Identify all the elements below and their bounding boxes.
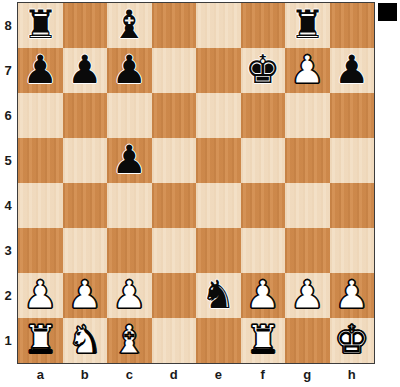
rank-label-4: 4 (0, 183, 16, 228)
square-g2[interactable]: ♟ (285, 273, 330, 318)
square-b2[interactable]: ♟ (63, 273, 108, 318)
white-king[interactable]: ♚ (334, 320, 369, 359)
black-knight[interactable]: ♞ (201, 275, 236, 314)
square-g6[interactable] (285, 93, 330, 138)
black-king[interactable]: ♚ (245, 50, 280, 89)
square-d8[interactable] (152, 3, 197, 48)
rank-label-8: 8 (0, 3, 16, 48)
file-label-e: e (196, 367, 241, 385)
square-f2[interactable]: ♟ (241, 273, 286, 318)
square-b4[interactable] (63, 183, 108, 228)
square-h7[interactable]: ♟ (330, 48, 375, 93)
square-h5[interactable] (330, 138, 375, 183)
white-pawn[interactable]: ♟ (334, 275, 369, 314)
square-g5[interactable] (285, 138, 330, 183)
square-a3[interactable] (18, 228, 63, 273)
square-d7[interactable] (152, 48, 197, 93)
rank-label-1: 1 (0, 318, 16, 363)
chess-diagram: 87654321 ♜♝♜♟♟♟♚♟♟♟♟♟♟♞♟♟♟♜♞♝♜♚ abcdefgh (0, 0, 400, 387)
black-rook[interactable]: ♜ (290, 5, 325, 44)
square-c3[interactable] (107, 228, 152, 273)
square-d3[interactable] (152, 228, 197, 273)
white-pawn[interactable]: ♟ (23, 275, 58, 314)
white-rook[interactable]: ♜ (23, 320, 58, 359)
square-g1[interactable] (285, 318, 330, 363)
square-c4[interactable] (107, 183, 152, 228)
square-c8[interactable]: ♝ (107, 3, 152, 48)
square-a8[interactable]: ♜ (18, 3, 63, 48)
square-e4[interactable] (196, 183, 241, 228)
square-c2[interactable]: ♟ (107, 273, 152, 318)
square-c1[interactable]: ♝ (107, 318, 152, 363)
square-e7[interactable] (196, 48, 241, 93)
square-g7[interactable]: ♟ (285, 48, 330, 93)
rank-labels: 87654321 (0, 3, 16, 363)
white-pawn[interactable]: ♟ (290, 275, 325, 314)
square-d2[interactable] (152, 273, 197, 318)
square-h3[interactable] (330, 228, 375, 273)
square-b5[interactable] (63, 138, 108, 183)
square-a1[interactable]: ♜ (18, 318, 63, 363)
black-pawn[interactable]: ♟ (23, 50, 58, 89)
rank-label-5: 5 (0, 138, 16, 183)
black-pawn[interactable]: ♟ (334, 50, 369, 89)
file-label-f: f (241, 367, 286, 385)
square-d4[interactable] (152, 183, 197, 228)
file-label-d: d (152, 367, 197, 385)
square-b3[interactable] (63, 228, 108, 273)
file-label-g: g (285, 367, 330, 385)
square-a2[interactable]: ♟ (18, 273, 63, 318)
square-f6[interactable] (241, 93, 286, 138)
square-h4[interactable] (330, 183, 375, 228)
rank-label-2: 2 (0, 273, 16, 318)
square-h1[interactable]: ♚ (330, 318, 375, 363)
square-d1[interactable] (152, 318, 197, 363)
square-f1[interactable]: ♜ (241, 318, 286, 363)
square-c7[interactable]: ♟ (107, 48, 152, 93)
square-a4[interactable] (18, 183, 63, 228)
black-pawn[interactable]: ♟ (112, 50, 147, 89)
square-f3[interactable] (241, 228, 286, 273)
square-e8[interactable] (196, 3, 241, 48)
black-bishop[interactable]: ♝ (112, 5, 147, 44)
square-b1[interactable]: ♞ (63, 318, 108, 363)
square-c6[interactable] (107, 93, 152, 138)
white-bishop[interactable]: ♝ (112, 320, 147, 359)
square-h8[interactable] (330, 3, 375, 48)
black-rook[interactable]: ♜ (23, 5, 58, 44)
white-pawn[interactable]: ♟ (245, 275, 280, 314)
black-to-move-indicator (378, 3, 397, 21)
square-f4[interactable] (241, 183, 286, 228)
square-a7[interactable]: ♟ (18, 48, 63, 93)
file-label-a: a (18, 367, 63, 385)
square-d6[interactable] (152, 93, 197, 138)
black-pawn[interactable]: ♟ (112, 140, 147, 179)
rank-label-7: 7 (0, 48, 16, 93)
square-e6[interactable] (196, 93, 241, 138)
white-knight[interactable]: ♞ (67, 320, 102, 359)
white-pawn[interactable]: ♟ (290, 50, 325, 89)
square-e3[interactable] (196, 228, 241, 273)
square-d5[interactable] (152, 138, 197, 183)
rank-label-6: 6 (0, 93, 16, 138)
black-pawn[interactable]: ♟ (67, 50, 102, 89)
white-rook[interactable]: ♜ (245, 320, 280, 359)
square-g4[interactable] (285, 183, 330, 228)
square-e1[interactable] (196, 318, 241, 363)
square-b8[interactable] (63, 3, 108, 48)
square-a6[interactable] (18, 93, 63, 138)
square-f8[interactable] (241, 3, 286, 48)
white-pawn[interactable]: ♟ (67, 275, 102, 314)
square-c5[interactable]: ♟ (107, 138, 152, 183)
file-labels: abcdefgh (18, 367, 374, 385)
square-g3[interactable] (285, 228, 330, 273)
square-h6[interactable] (330, 93, 375, 138)
square-a5[interactable] (18, 138, 63, 183)
square-b7[interactable]: ♟ (63, 48, 108, 93)
white-pawn[interactable]: ♟ (112, 275, 147, 314)
square-h2[interactable]: ♟ (330, 273, 375, 318)
chess-board[interactable]: ♜♝♜♟♟♟♚♟♟♟♟♟♟♞♟♟♟♜♞♝♜♚ (17, 2, 375, 364)
file-label-b: b (63, 367, 108, 385)
square-g8[interactable]: ♜ (285, 3, 330, 48)
square-b6[interactable] (63, 93, 108, 138)
file-label-c: c (107, 367, 152, 385)
square-f5[interactable] (241, 138, 286, 183)
rank-label-3: 3 (0, 228, 16, 273)
file-label-h: h (330, 367, 375, 385)
square-e2[interactable]: ♞ (196, 273, 241, 318)
square-f7[interactable]: ♚ (241, 48, 286, 93)
square-e5[interactable] (196, 138, 241, 183)
